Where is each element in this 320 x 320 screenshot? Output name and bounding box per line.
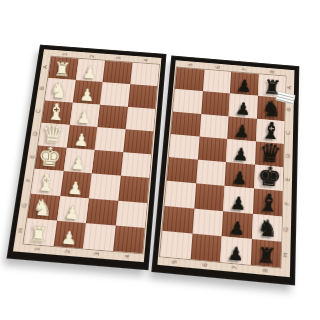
- square-b7[interactable]: ♟: [229, 94, 258, 119]
- square-e6[interactable]: [196, 160, 226, 187]
- square-a6[interactable]: [202, 70, 231, 94]
- square-b3[interactable]: [100, 82, 130, 106]
- square-h6[interactable]: [190, 233, 222, 262]
- file-label-right-e: E: [283, 167, 293, 192]
- square-c6[interactable]: [199, 114, 228, 139]
- piece-bP-a7[interactable]: ♟: [236, 78, 252, 96]
- square-g7[interactable]: ♟: [222, 211, 253, 239]
- piece-bP-h7[interactable]: ♟: [227, 245, 245, 264]
- square-e3[interactable]: [92, 150, 123, 176]
- file-label-right-h-text: H: [282, 252, 288, 257]
- rank-label-bottom-3-text: 3: [94, 252, 101, 257]
- piece-bB-f8[interactable]: ♝: [257, 190, 280, 216]
- square-f1[interactable]: ♝: [31, 169, 63, 196]
- piece-bP-f7[interactable]: ♟: [230, 194, 247, 213]
- file-label-left-h-text: H: [17, 228, 24, 233]
- rank-label-bottom-8-text: 8: [262, 268, 269, 273]
- square-f6[interactable]: [194, 184, 225, 211]
- file-label-left-f-text: F: [25, 179, 32, 183]
- file-label-left-c-text: C: [36, 109, 42, 113]
- rank-label-top-2-text: 2: [89, 54, 95, 58]
- file-label-left-b-text: B: [39, 87, 45, 91]
- square-g6[interactable]: [192, 208, 223, 236]
- piece-wN-g1[interactable]: ♞: [32, 196, 54, 220]
- rank-label-top-3-text: 3: [116, 56, 122, 60]
- piece-wP-a2[interactable]: ♟: [82, 64, 98, 81]
- piece-wP-b2[interactable]: ♟: [79, 86, 95, 104]
- square-h1[interactable]: ♜: [24, 218, 57, 246]
- file-label-right-e-text: E: [284, 177, 290, 181]
- square-g2[interactable]: ♟: [57, 196, 89, 223]
- rank-label-top-7-text: 7: [242, 68, 248, 72]
- square-b4[interactable]: [127, 84, 157, 108]
- rank-label-top-8-text: 8: [269, 70, 275, 74]
- file-label-left-e-text: E: [29, 155, 36, 159]
- square-h7[interactable]: ♟: [220, 236, 251, 265]
- square-a5[interactable]: [175, 67, 204, 91]
- square-a3[interactable]: [102, 61, 131, 85]
- square-f2[interactable]: ♟: [60, 171, 92, 198]
- square-h4[interactable]: [113, 225, 145, 253]
- square-d3[interactable]: [95, 127, 126, 152]
- piece-bP-e7[interactable]: ♟: [231, 169, 248, 188]
- piece-wB-f1[interactable]: ♝: [35, 170, 58, 195]
- square-d4[interactable]: [123, 129, 153, 154]
- square-h3[interactable]: [83, 223, 115, 251]
- rank-label-bottom-5-text: 5: [171, 260, 178, 265]
- rank-label-top-1-text: 1: [62, 52, 68, 56]
- piece-bN-g8[interactable]: ♞: [256, 216, 279, 241]
- piece-wP-e2[interactable]: ♟: [70, 155, 87, 173]
- rank-label-top-4-text: 4: [143, 58, 149, 62]
- square-d2[interactable]: ♟: [66, 125, 97, 150]
- file-label-right-c: C: [284, 121, 293, 145]
- piece-bK-e8[interactable]: ♚: [256, 163, 282, 191]
- square-e1[interactable]: ♚: [35, 145, 67, 171]
- square-d6[interactable]: [197, 136, 227, 162]
- square-e4[interactable]: [120, 152, 151, 178]
- rank-label-bottom-2-text: 2: [64, 249, 71, 254]
- square-e7[interactable]: ♟: [225, 162, 255, 189]
- piece-wR-a1[interactable]: ♜: [53, 59, 72, 79]
- file-label-right-b-text: B: [286, 108, 292, 112]
- square-f5[interactable]: [165, 181, 196, 208]
- square-h8[interactable]: ♜: [250, 239, 281, 268]
- square-c2[interactable]: ♟: [69, 102, 100, 127]
- piece-bP-c7[interactable]: ♟: [234, 123, 251, 141]
- piece-wR-h1[interactable]: ♜: [29, 223, 49, 245]
- square-g5[interactable]: [162, 205, 193, 233]
- file-label-right-f-text: F: [284, 202, 290, 206]
- file-label-left-a-text: A: [42, 65, 48, 69]
- square-c5[interactable]: [171, 111, 201, 136]
- square-g3[interactable]: [86, 198, 118, 225]
- piece-wP-h2[interactable]: ♟: [60, 229, 77, 248]
- square-g1[interactable]: ♞: [27, 193, 60, 220]
- rank-label-bottom-7-text: 7: [232, 265, 239, 270]
- piece-bP-b7[interactable]: ♟: [235, 100, 251, 118]
- file-label-right-d-text: D: [285, 153, 291, 158]
- square-b5[interactable]: [173, 89, 202, 114]
- square-d5[interactable]: [169, 134, 199, 160]
- square-c7[interactable]: ♟: [227, 116, 256, 141]
- square-e2[interactable]: ♟: [63, 148, 94, 174]
- piece-bR-a8[interactable]: ♜: [263, 77, 282, 98]
- rank-label-bottom-1-text: 1: [34, 247, 41, 252]
- square-f3[interactable]: [89, 174, 121, 201]
- piece-wK-e1[interactable]: ♚: [37, 143, 62, 171]
- square-h5[interactable]: [160, 231, 192, 260]
- file-label-left-g-text: G: [21, 203, 28, 208]
- file-label-left-d-text: D: [32, 131, 39, 136]
- piece-wP-f2[interactable]: ♟: [67, 179, 84, 198]
- square-c4[interactable]: [125, 106, 155, 131]
- square-a1[interactable]: ♜: [48, 57, 78, 80]
- file-label-right-g-text: G: [283, 226, 289, 231]
- board-half-right: 5678♟♜A♟♞B♟♝C♟♛D♟♚E♟♝F♟♞G♟♜H5678: [152, 56, 298, 284]
- piece-wP-c2[interactable]: ♟: [76, 108, 92, 126]
- square-f8[interactable]: ♝: [252, 189, 282, 216]
- rank-label-bottom-6-text: 6: [202, 262, 209, 267]
- square-f7[interactable]: ♟: [223, 186, 253, 213]
- rank-label-bottom-8: 8: [250, 265, 281, 277]
- square-e5[interactable]: [167, 157, 198, 183]
- square-a2[interactable]: ♟: [75, 59, 105, 82]
- square-a7[interactable]: ♟: [230, 72, 258, 96]
- file-label-left-f: F: [22, 168, 35, 193]
- file-label-right-h: H: [281, 241, 291, 268]
- square-d7[interactable]: ♟: [226, 139, 256, 165]
- file-label-right-g: G: [281, 216, 291, 242]
- file-label-right-f: F: [282, 191, 292, 217]
- rank-label-top-6-text: 6: [215, 65, 221, 69]
- file-label-right-c-text: C: [286, 130, 292, 134]
- square-b6[interactable]: [201, 91, 230, 116]
- board-half-left: 1234A♜♟B♞♟C♝♟D♛♟E♚♟F♝♟G♞♟H♜♟1234: [8, 46, 166, 270]
- file-label-right-d: D: [283, 144, 293, 168]
- square-h2[interactable]: ♟: [53, 220, 86, 248]
- square-f4[interactable]: [118, 176, 149, 203]
- rank-label-top-5-text: 5: [188, 63, 194, 67]
- square-c3[interactable]: [97, 104, 127, 129]
- square-e8[interactable]: ♚: [254, 165, 284, 192]
- square-a4[interactable]: [130, 63, 159, 87]
- product-photo: 1234A♜♟B♞♟C♝♟D♛♟E♚♟F♝♟G♞♟H♜♟1234 5678♟♜A…: [0, 0, 320, 320]
- file-label-right-a-text: A: [287, 86, 293, 90]
- piece-bR-h8[interactable]: ♜: [256, 244, 277, 267]
- piece-bP-g7[interactable]: ♟: [229, 219, 246, 238]
- chess-board: 1234A♜♟B♞♟C♝♟D♛♟E♚♟F♝♟G♞♟H♜♟1234 5678♟♜A…: [8, 46, 298, 282]
- piece-bP-d7[interactable]: ♟: [233, 146, 250, 164]
- square-b2[interactable]: ♟: [72, 80, 102, 104]
- piece-wP-d2[interactable]: ♟: [73, 131, 89, 149]
- square-g4[interactable]: [115, 200, 147, 227]
- rank-label-bottom-4-text: 4: [124, 254, 131, 259]
- piece-wP-g2[interactable]: ♟: [63, 203, 80, 222]
- margin-corner: [142, 253, 145, 262]
- margin-corner: [280, 268, 290, 278]
- square-g8[interactable]: ♞: [251, 213, 282, 241]
